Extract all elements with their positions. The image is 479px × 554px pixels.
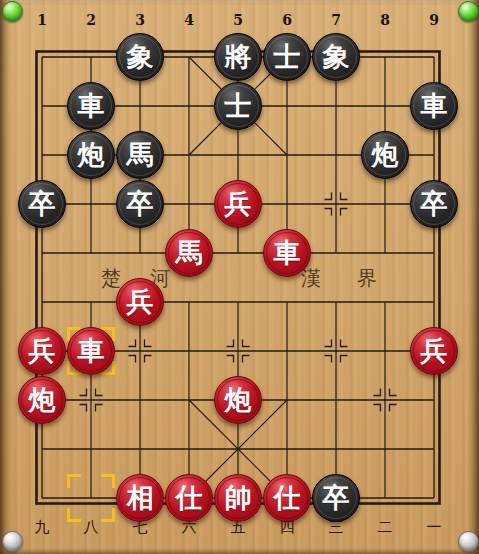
piece-glyph: 車 xyxy=(78,337,105,364)
piece-red-cannon[interactable]: 炮 xyxy=(214,376,262,424)
col-label-8: 8 xyxy=(380,13,390,27)
turn-indicator-bottom-right xyxy=(458,531,479,552)
piece-glyph: 士 xyxy=(274,43,301,70)
piece-glyph: 車 xyxy=(274,239,301,266)
piece-glyph: 炮 xyxy=(29,386,56,413)
piece-red-soldier[interactable]: 兵 xyxy=(116,278,164,326)
piece-glyph: 士 xyxy=(225,92,252,119)
piece-black-soldier[interactable]: 卒 xyxy=(410,180,458,228)
piece-glyph: 車 xyxy=(78,92,105,119)
piece-red-chariot[interactable]: 車 xyxy=(67,327,115,375)
piece-black-chariot[interactable]: 車 xyxy=(67,82,115,130)
piece-red-elephant[interactable]: 相 xyxy=(116,474,164,522)
col-label-2: 2 xyxy=(86,13,96,27)
piece-glyph: 兵 xyxy=(29,337,56,364)
piece-glyph: 炮 xyxy=(225,386,252,413)
piece-black-horse[interactable]: 馬 xyxy=(116,131,164,179)
piece-glyph: 炮 xyxy=(78,141,105,168)
piece-glyph: 仕 xyxy=(274,484,301,511)
col-label-3: 3 xyxy=(135,13,145,27)
piece-black-advisor[interactable]: 士 xyxy=(214,82,262,130)
piece-glyph: 卒 xyxy=(29,190,56,217)
piece-glyph: 帥 xyxy=(225,484,252,511)
piece-red-advisor[interactable]: 仕 xyxy=(165,474,213,522)
piece-red-general[interactable]: 帥 xyxy=(214,474,262,522)
piece-glyph: 炮 xyxy=(372,141,399,168)
piece-glyph: 車 xyxy=(421,92,448,119)
piece-red-soldier[interactable]: 兵 xyxy=(18,327,66,375)
col-label-1: 1 xyxy=(37,13,47,27)
piece-black-soldier[interactable]: 卒 xyxy=(18,180,66,228)
piece-black-advisor[interactable]: 士 xyxy=(263,33,311,81)
last-move-from-highlight xyxy=(67,474,115,522)
col-label-9: 9 xyxy=(429,13,439,27)
piece-glyph: 相 xyxy=(127,484,154,511)
col-label-5: 5 xyxy=(233,13,243,27)
board-grid[interactable]: 象將士象車士車炮馬炮卒卒兵卒馬車兵兵車兵炮炮相仕帥仕卒 xyxy=(18,33,459,523)
piece-glyph: 卒 xyxy=(127,190,154,217)
piece-black-soldier[interactable]: 卒 xyxy=(116,180,164,228)
xiangqi-app-window: 123456789 九八七六五四三二一 楚河 漢界 象將士象車士車炮馬炮卒卒兵卒… xyxy=(0,0,479,554)
col-label-4: 4 xyxy=(184,13,194,27)
piece-glyph: 卒 xyxy=(421,190,448,217)
piece-glyph: 馬 xyxy=(127,141,154,168)
col-label-7: 7 xyxy=(331,13,341,27)
piece-red-soldier[interactable]: 兵 xyxy=(410,327,458,375)
piece-black-general[interactable]: 將 xyxy=(214,33,262,81)
piece-black-elephant[interactable]: 象 xyxy=(312,33,360,81)
piece-glyph: 將 xyxy=(225,43,252,70)
turn-indicator-bottom-left xyxy=(2,531,23,552)
turn-indicator-top-left xyxy=(2,1,23,22)
col-label-6: 6 xyxy=(282,13,292,27)
piece-red-cannon[interactable]: 炮 xyxy=(18,376,66,424)
piece-glyph: 仕 xyxy=(176,484,203,511)
piece-glyph: 兵 xyxy=(127,288,154,315)
piece-glyph: 象 xyxy=(323,43,350,70)
piece-red-soldier[interactable]: 兵 xyxy=(214,180,262,228)
piece-black-cannon[interactable]: 炮 xyxy=(361,131,409,179)
piece-black-chariot[interactable]: 車 xyxy=(410,82,458,130)
piece-black-elephant[interactable]: 象 xyxy=(116,33,164,81)
piece-red-advisor[interactable]: 仕 xyxy=(263,474,311,522)
piece-glyph: 象 xyxy=(127,43,154,70)
turn-indicator-top-right xyxy=(458,1,479,22)
piece-glyph: 兵 xyxy=(225,190,252,217)
piece-red-chariot[interactable]: 車 xyxy=(263,229,311,277)
piece-red-horse[interactable]: 馬 xyxy=(165,229,213,277)
piece-glyph: 卒 xyxy=(323,484,350,511)
piece-black-soldier[interactable]: 卒 xyxy=(312,474,360,522)
piece-black-cannon[interactable]: 炮 xyxy=(67,131,115,179)
piece-glyph: 兵 xyxy=(421,337,448,364)
piece-glyph: 馬 xyxy=(176,239,203,266)
